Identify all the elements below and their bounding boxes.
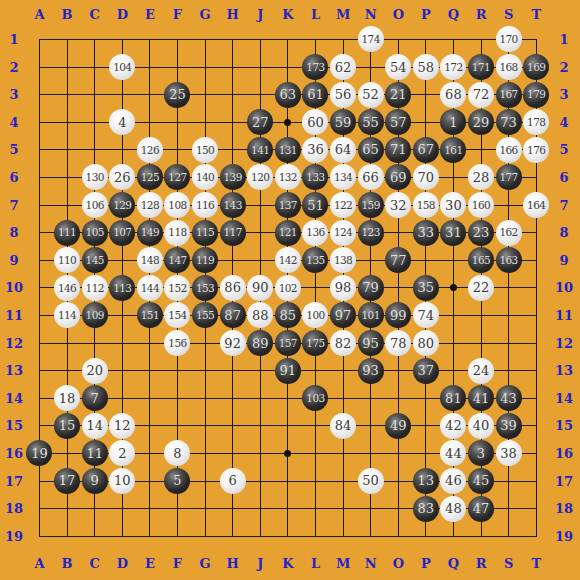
stone-80-P12: 80 [413,330,439,356]
row-label-16: 16 [2,440,26,468]
stone-42-Q15: 42 [440,413,466,439]
stone-37-P13: 37 [413,358,439,384]
stone-103-L14: 103 [302,385,328,411]
stone-6-H17: 6 [220,468,246,494]
stone-44-Q16: 44 [440,440,466,466]
row-label-4: 4 [552,109,576,137]
stone-120-J6: 120 [247,164,273,190]
row-label-10: 10 [552,274,576,302]
row-label-3: 3 [2,81,26,109]
stone-62-M2: 62 [330,54,356,80]
stone-74-P11: 74 [413,302,439,328]
stone-22-R10: 22 [468,275,494,301]
stone-10-D17: 10 [109,468,135,494]
stone-81-Q14: 81 [440,385,466,411]
stone-172-Q2: 172 [440,54,466,80]
row-label-14: 14 [2,385,26,413]
col-label-R: R [467,553,495,573]
stone-106-C7: 106 [82,192,108,218]
stone-45-R17: 45 [468,468,494,494]
stone-141-J5: 141 [247,137,273,163]
stone-132-K6: 132 [275,164,301,190]
stone-50-N17: 50 [358,468,384,494]
stone-145-C9: 145 [82,247,108,273]
stone-82-M12: 82 [330,330,356,356]
stone-1-Q4: 1 [440,109,466,135]
stone-36-L5: 36 [302,137,328,163]
stone-72-R3: 72 [468,82,494,108]
stone-110-B9: 110 [54,247,80,273]
row-label-17: 17 [2,467,26,495]
stone-168-S2: 168 [496,54,522,80]
stone-78-O12: 78 [385,330,411,356]
stone-29-R4: 29 [468,109,494,135]
stone-149-E8: 149 [137,220,163,246]
stone-114-B11: 114 [54,302,80,328]
col-label-H: H [219,4,247,24]
stone-84-M15: 84 [330,413,356,439]
stone-128-E7: 128 [137,192,163,218]
stone-119-G9: 119 [192,247,218,273]
col-label-A: A [26,4,54,24]
stone-150-G5: 150 [192,137,218,163]
stone-177-S6: 177 [496,164,522,190]
row-label-8: 8 [552,219,576,247]
col-label-F: F [164,4,192,24]
stone-28-R6: 28 [468,164,494,190]
stone-146-B10: 146 [54,275,80,301]
stone-70-P6: 70 [413,164,439,190]
stone-90-J10: 90 [247,275,273,301]
stone-7-C14: 7 [82,385,108,411]
col-label-D: D [109,553,137,573]
col-label-P: P [412,553,440,573]
col-label-R: R [467,4,495,24]
stone-99-O11: 99 [385,302,411,328]
col-label-Q: Q [440,4,468,24]
stone-173-L2: 173 [302,54,328,80]
row-label-13: 13 [552,357,576,385]
stone-159-N7: 159 [358,192,384,218]
stone-175-L12: 175 [302,330,328,356]
stone-161-Q5: 161 [440,137,466,163]
stone-148-E9: 148 [137,247,163,273]
stone-158-P7: 158 [413,192,439,218]
row-label-1: 1 [552,26,576,54]
col-label-H: H [219,553,247,573]
stone-35-P10: 35 [413,275,439,301]
stone-65-N5: 65 [358,137,384,163]
stone-68-Q3: 68 [440,82,466,108]
stone-100-L11: 100 [302,302,328,328]
stone-12-D15: 12 [109,413,135,439]
stone-64-M5: 64 [330,137,356,163]
stone-113-D10: 113 [109,275,135,301]
stone-40-R15: 40 [468,413,494,439]
stone-5-F17: 5 [164,468,190,494]
stone-167-S3: 167 [496,82,522,108]
stone-121-K8: 121 [275,220,301,246]
stone-55-N4: 55 [358,109,384,135]
col-label-E: E [136,4,164,24]
row-label-9: 9 [2,247,26,275]
col-label-A: A [26,553,54,573]
row-label-18: 18 [552,495,576,523]
row-label-11: 11 [552,302,576,330]
stone-140-G6: 140 [192,164,218,190]
stone-109-C11: 109 [82,302,108,328]
stone-162-S8: 162 [496,220,522,246]
stone-47-R18: 47 [468,496,494,522]
stone-164-T7: 164 [523,192,549,218]
stone-8-F16: 8 [164,440,190,466]
row-label-7: 7 [552,191,576,219]
stone-3-R16: 3 [468,440,494,466]
stone-59-M4: 59 [330,109,356,135]
stone-152-F10: 152 [164,275,190,301]
stone-112-C10: 112 [82,275,108,301]
stone-127-F6: 127 [164,164,190,190]
col-label-S: S [495,4,523,24]
stone-32-O7: 32 [385,192,411,218]
row-label-6: 6 [2,164,26,192]
stone-48-Q18: 48 [440,496,466,522]
stone-92-H12: 92 [220,330,246,356]
stone-101-N11: 101 [358,302,384,328]
row-label-2: 2 [552,53,576,81]
stone-60-L4: 60 [302,109,328,135]
row-label-5: 5 [552,136,576,164]
stone-17-B17: 17 [54,468,80,494]
col-label-B: B [53,553,81,573]
stone-130-C6: 130 [82,164,108,190]
col-label-P: P [412,4,440,24]
col-label-G: G [191,553,219,573]
col-label-M: M [329,553,357,573]
col-label-C: C [81,4,109,24]
col-label-O: O [385,4,413,24]
col-label-J: J [247,553,275,573]
row-label-3: 3 [552,81,576,109]
stone-117-H8: 117 [220,220,246,246]
col-label-K: K [274,4,302,24]
col-label-O: O [385,553,413,573]
row-label-5: 5 [2,136,26,164]
row-label-4: 4 [2,109,26,137]
stone-88-J11: 88 [247,302,273,328]
stone-25-F3: 25 [164,82,190,108]
stone-67-P5: 67 [413,137,439,163]
stone-156-F12: 156 [164,330,190,356]
stone-26-D6: 26 [109,164,135,190]
col-label-T: T [523,553,551,573]
stone-63-K3: 63 [275,82,301,108]
stone-39-S15: 39 [496,413,522,439]
stone-56-M3: 56 [330,82,356,108]
stone-83-P18: 83 [413,496,439,522]
stone-38-S16: 38 [496,440,522,466]
stone-171-R2: 171 [468,54,494,80]
stone-71-O5: 71 [385,137,411,163]
stone-169-T2: 169 [523,54,549,80]
stone-15-B15: 15 [54,413,80,439]
stone-69-O6: 69 [385,164,411,190]
stone-176-T5: 176 [523,137,549,163]
row-label-1: 1 [2,26,26,54]
stone-24-R13: 24 [468,358,494,384]
stone-51-L7: 51 [302,192,328,218]
stone-13-P17: 13 [413,468,439,494]
stone-18-B14: 18 [54,385,80,411]
stone-20-C13: 20 [82,358,108,384]
col-label-N: N [357,4,385,24]
stone-139-H6: 139 [220,164,246,190]
col-label-J: J [247,4,275,24]
stone-89-J12: 89 [247,330,273,356]
stone-49-O15: 49 [385,413,411,439]
col-label-T: T [523,4,551,24]
stone-4-D4: 4 [109,109,135,135]
row-label-7: 7 [2,191,26,219]
row-label-9: 9 [552,247,576,275]
row-label-16: 16 [552,440,576,468]
stone-54-O2: 54 [385,54,411,80]
row-label-2: 2 [2,53,26,81]
stone-87-H11: 87 [220,302,246,328]
stone-107-D8: 107 [109,220,135,246]
stone-61-L3: 61 [302,82,328,108]
col-label-L: L [302,553,330,573]
row-label-18: 18 [2,495,26,523]
stone-135-L9: 135 [302,247,328,273]
col-label-B: B [53,4,81,24]
stone-11-C16: 11 [82,440,108,466]
stone-58-P2: 58 [413,54,439,80]
stone-153-G10: 153 [192,275,218,301]
stone-170-S1: 170 [496,26,522,52]
col-label-L: L [302,4,330,24]
stone-123-N8: 123 [358,220,384,246]
row-label-8: 8 [2,219,26,247]
row-label-14: 14 [552,385,576,413]
stone-77-O9: 77 [385,247,411,273]
stone-115-G8: 115 [192,220,218,246]
stone-108-F7: 108 [164,192,190,218]
row-label-13: 13 [2,357,26,385]
stone-157-K12: 157 [275,330,301,356]
stone-57-O4: 57 [385,109,411,135]
row-label-15: 15 [2,412,26,440]
stone-31-Q8: 31 [440,220,466,246]
col-label-F: F [164,553,192,573]
stone-23-R8: 23 [468,220,494,246]
stone-163-S9: 163 [496,247,522,273]
col-label-K: K [274,553,302,573]
stone-136-L8: 136 [302,220,328,246]
stone-52-N3: 52 [358,82,384,108]
stone-129-D7: 129 [109,192,135,218]
go-board-diagram: ABCDEFGHJKLMNOPQRST ABCDEFGHJKLMNOPQRST … [0,0,580,580]
stone-46-Q17: 46 [440,468,466,494]
stone-144-E10: 144 [137,275,163,301]
stone-142-K9: 142 [275,247,301,273]
stone-91-K13: 91 [275,358,301,384]
stone-137-K7: 137 [275,192,301,218]
row-label-19: 19 [2,523,26,551]
stone-27-J4: 27 [247,109,273,135]
col-label-N: N [357,553,385,573]
stone-154-F11: 154 [164,302,190,328]
stone-147-F9: 147 [164,247,190,273]
stone-85-K11: 85 [275,302,301,328]
col-label-S: S [495,553,523,573]
stone-104-D2: 104 [109,54,135,80]
stone-124-M8: 124 [330,220,356,246]
stone-122-M7: 122 [330,192,356,218]
stone-143-H7: 143 [220,192,246,218]
stone-95-N12: 95 [358,330,384,356]
stone-178-T4: 178 [523,109,549,135]
col-label-Q: Q [440,553,468,573]
stone-125-E6: 125 [137,164,163,190]
stone-14-C15: 14 [82,413,108,439]
stone-118-F8: 118 [164,220,190,246]
col-label-D: D [109,4,137,24]
stone-30-Q7: 30 [440,192,466,218]
stone-73-S4: 73 [496,109,522,135]
stone-9-C17: 9 [82,468,108,494]
stone-21-O3: 21 [385,82,411,108]
stone-155-G11: 155 [192,302,218,328]
stone-66-N6: 66 [358,164,384,190]
stone-79-N10: 79 [358,275,384,301]
stone-86-H10: 86 [220,275,246,301]
row-label-19: 19 [552,523,576,551]
stone-43-S14: 43 [496,385,522,411]
stone-131-K5: 131 [275,137,301,163]
stone-165-R9: 165 [468,247,494,273]
stone-41-R14: 41 [468,385,494,411]
row-label-17: 17 [552,467,576,495]
stone-166-S5: 166 [496,137,522,163]
row-label-6: 6 [552,164,576,192]
stone-179-T3: 179 [523,82,549,108]
col-label-C: C [81,553,109,573]
stone-2-D16: 2 [109,440,135,466]
stone-93-N13: 93 [358,358,384,384]
row-label-12: 12 [2,329,26,357]
stone-19-A16: 19 [26,440,52,466]
row-label-12: 12 [552,329,576,357]
col-label-E: E [136,553,164,573]
stone-138-M9: 138 [330,247,356,273]
col-label-M: M [329,4,357,24]
stone-160-R7: 160 [468,192,494,218]
stone-98-M10: 98 [330,275,356,301]
stone-116-G7: 116 [192,192,218,218]
row-label-11: 11 [2,302,26,330]
stone-102-K10: 102 [275,275,301,301]
stone-126-E5: 126 [137,137,163,163]
row-label-10: 10 [2,274,26,302]
stone-97-M11: 97 [330,302,356,328]
stone-174-N1: 174 [358,26,384,52]
board-surface[interactable]: 1234567891011121314151718192021222324252… [26,26,550,550]
stone-111-B8: 111 [54,220,80,246]
stone-133-L6: 133 [302,164,328,190]
stone-151-E11: 151 [137,302,163,328]
stone-33-P8: 33 [413,220,439,246]
col-label-G: G [191,4,219,24]
stone-105-C8: 105 [82,220,108,246]
stone-134-M6: 134 [330,164,356,190]
row-label-15: 15 [552,412,576,440]
